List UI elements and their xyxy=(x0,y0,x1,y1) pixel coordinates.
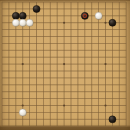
white-stone[interactable] xyxy=(95,12,102,19)
star-point xyxy=(104,63,106,65)
black-stone[interactable] xyxy=(19,12,26,19)
go-board[interactable] xyxy=(0,0,130,130)
white-stone[interactable] xyxy=(12,19,19,26)
black-stone[interactable] xyxy=(109,19,116,26)
star-point xyxy=(22,63,24,65)
star-point xyxy=(63,63,65,65)
black-stone[interactable] xyxy=(12,12,19,19)
app-window xyxy=(0,0,130,130)
star-point xyxy=(104,104,106,106)
star-point xyxy=(63,104,65,106)
star-point xyxy=(22,104,24,106)
white-stone[interactable] xyxy=(26,19,33,26)
white-stone[interactable] xyxy=(19,109,26,116)
black-stone[interactable] xyxy=(33,5,40,12)
black-stone[interactable] xyxy=(81,12,88,19)
board-svg[interactable] xyxy=(0,0,130,130)
star-point xyxy=(63,22,65,24)
white-stone[interactable] xyxy=(19,19,26,26)
star-point xyxy=(104,22,106,24)
black-stone[interactable] xyxy=(109,116,116,123)
